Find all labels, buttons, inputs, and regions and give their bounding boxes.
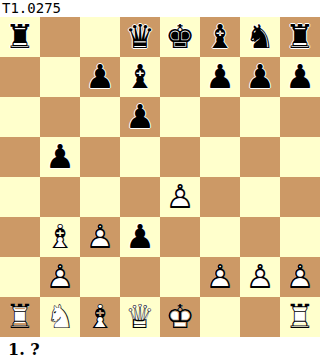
square-e3[interactable] (160, 217, 200, 257)
square-a4[interactable] (0, 177, 40, 217)
square-g5[interactable] (240, 137, 280, 177)
square-h3[interactable] (280, 217, 320, 257)
square-b3[interactable]: ♝♗ (40, 217, 80, 257)
chess-board: ♜♛♚♝♞♜♟♝♟♟♟♟♟♟♙♝♗♟♙♟♟♙♟♙♟♙♟♙♜♖♞♘♝♗♛♕♚♔♜♖ (0, 17, 320, 337)
black-rook-icon: ♜ (280, 17, 320, 57)
square-b2[interactable]: ♟♙ (40, 257, 80, 297)
square-h8[interactable]: ♜ (280, 17, 320, 57)
black-pawn-icon: ♟ (280, 57, 320, 97)
square-b5[interactable]: ♟ (40, 137, 80, 177)
square-e7[interactable] (160, 57, 200, 97)
square-f8[interactable]: ♝ (200, 17, 240, 57)
square-c4[interactable] (80, 177, 120, 217)
square-b4[interactable] (40, 177, 80, 217)
white-king-icon: ♚♔ (160, 297, 200, 337)
square-d2[interactable] (120, 257, 160, 297)
square-c8[interactable] (80, 17, 120, 57)
square-h4[interactable] (280, 177, 320, 217)
square-f5[interactable] (200, 137, 240, 177)
black-pawn-icon: ♟ (40, 137, 80, 177)
square-e2[interactable] (160, 257, 200, 297)
black-bishop-icon: ♝ (120, 57, 160, 97)
square-d7[interactable]: ♝ (120, 57, 160, 97)
square-a2[interactable] (0, 257, 40, 297)
square-c6[interactable] (80, 97, 120, 137)
square-d4[interactable] (120, 177, 160, 217)
white-rook-icon: ♜♖ (0, 297, 40, 337)
square-f3[interactable] (200, 217, 240, 257)
square-h1[interactable]: ♜♖ (280, 297, 320, 337)
black-king-icon: ♚ (160, 17, 200, 57)
square-a5[interactable] (0, 137, 40, 177)
black-bishop-icon: ♝ (200, 17, 240, 57)
white-rook-icon: ♜♖ (280, 297, 320, 337)
square-e5[interactable] (160, 137, 200, 177)
black-pawn-icon: ♟ (120, 97, 160, 137)
square-a1[interactable]: ♜♖ (0, 297, 40, 337)
square-e4[interactable]: ♟♙ (160, 177, 200, 217)
square-b7[interactable] (40, 57, 80, 97)
square-d3[interactable]: ♟ (120, 217, 160, 257)
move-prompt-label: 1. ? (0, 337, 320, 360)
square-g2[interactable]: ♟♙ (240, 257, 280, 297)
black-pawn-icon: ♟ (200, 57, 240, 97)
square-f7[interactable]: ♟ (200, 57, 240, 97)
square-b1[interactable]: ♞♘ (40, 297, 80, 337)
square-c5[interactable] (80, 137, 120, 177)
white-bishop-icon: ♝♗ (80, 297, 120, 337)
square-d6[interactable]: ♟ (120, 97, 160, 137)
square-a7[interactable] (0, 57, 40, 97)
square-g7[interactable]: ♟ (240, 57, 280, 97)
square-a8[interactable]: ♜ (0, 17, 40, 57)
square-f1[interactable] (200, 297, 240, 337)
square-e8[interactable]: ♚ (160, 17, 200, 57)
square-d5[interactable] (120, 137, 160, 177)
white-pawn-icon: ♟♙ (160, 177, 200, 217)
square-b8[interactable] (40, 17, 80, 57)
black-queen-icon: ♛ (120, 17, 160, 57)
square-e1[interactable]: ♚♔ (160, 297, 200, 337)
position-id-label: T1.0275 (0, 0, 320, 17)
square-c1[interactable]: ♝♗ (80, 297, 120, 337)
square-f4[interactable] (200, 177, 240, 217)
black-rook-icon: ♜ (0, 17, 40, 57)
square-c3[interactable]: ♟♙ (80, 217, 120, 257)
square-h5[interactable] (280, 137, 320, 177)
square-a6[interactable] (0, 97, 40, 137)
square-f6[interactable] (200, 97, 240, 137)
square-h7[interactable]: ♟ (280, 57, 320, 97)
square-g3[interactable] (240, 217, 280, 257)
square-g4[interactable] (240, 177, 280, 217)
white-pawn-icon: ♟♙ (200, 257, 240, 297)
square-g1[interactable] (240, 297, 280, 337)
white-pawn-icon: ♟♙ (80, 217, 120, 257)
square-d8[interactable]: ♛ (120, 17, 160, 57)
square-e6[interactable] (160, 97, 200, 137)
black-pawn-icon: ♟ (240, 57, 280, 97)
white-queen-icon: ♛♕ (120, 297, 160, 337)
chess-diagram-page: T1.0275 ♜♛♚♝♞♜♟♝♟♟♟♟♟♟♙♝♗♟♙♟♟♙♟♙♟♙♟♙♜♖♞♘… (0, 0, 320, 360)
square-f2[interactable]: ♟♙ (200, 257, 240, 297)
square-h6[interactable] (280, 97, 320, 137)
white-knight-icon: ♞♘ (40, 297, 80, 337)
white-bishop-icon: ♝♗ (40, 217, 80, 257)
black-pawn-icon: ♟ (120, 217, 160, 257)
black-knight-icon: ♞ (240, 17, 280, 57)
black-pawn-icon: ♟ (80, 57, 120, 97)
square-c7[interactable]: ♟ (80, 57, 120, 97)
white-pawn-icon: ♟♙ (280, 257, 320, 297)
square-h2[interactable]: ♟♙ (280, 257, 320, 297)
white-pawn-icon: ♟♙ (40, 257, 80, 297)
square-a3[interactable] (0, 217, 40, 257)
square-g6[interactable] (240, 97, 280, 137)
square-d1[interactable]: ♛♕ (120, 297, 160, 337)
square-c2[interactable] (80, 257, 120, 297)
square-b6[interactable] (40, 97, 80, 137)
white-pawn-icon: ♟♙ (240, 257, 280, 297)
square-g8[interactable]: ♞ (240, 17, 280, 57)
